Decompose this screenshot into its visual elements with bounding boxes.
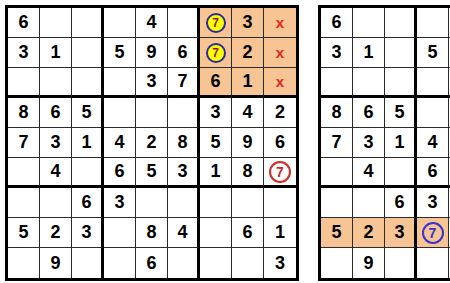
cell-r1c1: 6 <box>321 8 353 38</box>
cell-r6c1 <box>8 158 40 188</box>
cell-r4c1: 8 <box>321 98 353 128</box>
cell-r2c4: 5 <box>104 38 136 68</box>
cell-r3c4 <box>417 68 449 98</box>
right-sudoku-board-clip: 63158657314466352379 <box>318 5 450 283</box>
left-sudoku-board: 6473x3159672x3761x8653427314285964653187… <box>5 5 299 281</box>
cell-r9c5: 6 <box>136 248 168 278</box>
cell-r4c5 <box>136 98 168 128</box>
cell-r4c2: 6 <box>40 98 72 128</box>
cell-r9c7 <box>200 248 232 278</box>
cell-r2c6: 6 <box>168 38 200 68</box>
cell-r1c4 <box>104 8 136 38</box>
cell-r5c3: 1 <box>385 128 417 158</box>
cell-r8c5: 8 <box>136 218 168 248</box>
cell-r6c9: 7 <box>264 158 296 188</box>
x-mark: x <box>276 73 284 90</box>
cell-r2c1: 3 <box>8 38 40 68</box>
cell-r5c9: 6 <box>264 128 296 158</box>
cell-r9c1 <box>8 248 40 278</box>
cell-r1c3 <box>72 8 104 38</box>
cell-r1c6 <box>168 8 200 38</box>
cell-r5c3: 1 <box>72 128 104 158</box>
cell-r5c7: 5 <box>200 128 232 158</box>
cell-r5c2: 3 <box>353 128 385 158</box>
cell-r8c1: 5 <box>321 218 353 248</box>
cell-r5c1: 7 <box>8 128 40 158</box>
cell-r7c4: 3 <box>417 188 449 218</box>
cell-r9c3 <box>72 248 104 278</box>
right-sudoku-board: 63158657314466352379 <box>318 5 450 281</box>
cell-r5c8: 9 <box>232 128 264 158</box>
cell-r8c6: 4 <box>168 218 200 248</box>
cell-r3c1 <box>321 68 353 98</box>
cell-r9c3 <box>385 248 417 278</box>
cell-r3c4 <box>104 68 136 98</box>
cell-r7c1 <box>8 188 40 218</box>
cell-r3c3 <box>385 68 417 98</box>
cell-r7c8 <box>232 188 264 218</box>
cell-r4c1: 8 <box>8 98 40 128</box>
cell-r2c2: 1 <box>40 38 72 68</box>
cell-r5c2: 3 <box>40 128 72 158</box>
cell-r4c4 <box>104 98 136 128</box>
cell-r7c7 <box>200 188 232 218</box>
cell-r8c8: 6 <box>232 218 264 248</box>
red-circled-7: 7 <box>269 161 291 183</box>
cell-r7c1 <box>321 188 353 218</box>
cell-r8c7 <box>200 218 232 248</box>
cell-r7c9 <box>264 188 296 218</box>
yellow-circled-7: 7 <box>206 13 226 33</box>
cell-r6c8: 8 <box>232 158 264 188</box>
cell-r7c2 <box>40 188 72 218</box>
cell-r3c2 <box>40 68 72 98</box>
cell-r1c5: 4 <box>136 8 168 38</box>
cell-r1c2 <box>353 8 385 38</box>
cell-r8c3: 3 <box>72 218 104 248</box>
x-mark: x <box>276 44 284 61</box>
cell-r3c6: 7 <box>168 68 200 98</box>
cell-r2c7: 7 <box>200 38 232 68</box>
cell-r2c9: x <box>264 38 296 68</box>
cell-r6c5: 5 <box>136 158 168 188</box>
cell-r5c4: 4 <box>417 128 449 158</box>
yellow-circled-7: 7 <box>206 43 226 63</box>
cell-r8c1: 5 <box>8 218 40 248</box>
cell-r6c3 <box>72 158 104 188</box>
cell-r7c6 <box>168 188 200 218</box>
cell-r1c1: 6 <box>8 8 40 38</box>
cell-r2c1: 3 <box>321 38 353 68</box>
cell-r5c1: 7 <box>321 128 353 158</box>
cell-r3c7: 6 <box>200 68 232 98</box>
cell-r1c8: 3 <box>232 8 264 38</box>
cell-r2c2: 1 <box>353 38 385 68</box>
x-mark: x <box>276 14 284 31</box>
cell-r2c3 <box>72 38 104 68</box>
cell-r6c7: 1 <box>200 158 232 188</box>
cell-r9c4 <box>417 248 449 278</box>
cell-r2c3 <box>385 38 417 68</box>
cell-r3c5: 3 <box>136 68 168 98</box>
cell-r2c4: 5 <box>417 38 449 68</box>
cell-r6c3 <box>385 158 417 188</box>
cell-r1c3 <box>385 8 417 38</box>
cell-r1c2 <box>40 8 72 38</box>
cell-r9c2: 9 <box>40 248 72 278</box>
cell-r4c7: 3 <box>200 98 232 128</box>
cell-r4c8: 4 <box>232 98 264 128</box>
cell-r3c8: 1 <box>232 68 264 98</box>
cell-r7c2 <box>353 188 385 218</box>
cell-r3c1 <box>8 68 40 98</box>
cell-r4c3: 5 <box>385 98 417 128</box>
cell-r8c2: 2 <box>40 218 72 248</box>
cell-r4c2: 6 <box>353 98 385 128</box>
cell-r4c4 <box>417 98 449 128</box>
cell-r8c4: 7 <box>417 218 449 248</box>
cell-r6c2: 4 <box>40 158 72 188</box>
cell-r6c2: 4 <box>353 158 385 188</box>
cell-r2c8: 2 <box>232 38 264 68</box>
blue-circled-7: 7 <box>422 222 444 244</box>
cell-r8c2: 2 <box>353 218 385 248</box>
cell-r1c4 <box>417 8 449 38</box>
cell-r9c2: 9 <box>353 248 385 278</box>
cell-r6c6: 3 <box>168 158 200 188</box>
cell-r1c9: x <box>264 8 296 38</box>
cell-r7c3: 6 <box>385 188 417 218</box>
cell-r1c7: 7 <box>200 8 232 38</box>
cell-r5c5: 2 <box>136 128 168 158</box>
cell-r9c1 <box>321 248 353 278</box>
cell-r5c6: 8 <box>168 128 200 158</box>
cell-r7c5 <box>136 188 168 218</box>
cell-r6c4: 6 <box>104 158 136 188</box>
cell-r8c9: 1 <box>264 218 296 248</box>
cell-r3c9: x <box>264 68 296 98</box>
cell-r4c3: 5 <box>72 98 104 128</box>
cell-r7c4: 3 <box>104 188 136 218</box>
cell-r4c9: 2 <box>264 98 296 128</box>
cell-r8c3: 3 <box>385 218 417 248</box>
cell-r5c4: 4 <box>104 128 136 158</box>
cell-r9c9: 3 <box>264 248 296 278</box>
cell-r3c2 <box>353 68 385 98</box>
cell-r9c8 <box>232 248 264 278</box>
cell-r8c4 <box>104 218 136 248</box>
cell-r9c6 <box>168 248 200 278</box>
cell-r7c3: 6 <box>72 188 104 218</box>
cell-r2c5: 9 <box>136 38 168 68</box>
cell-r4c6 <box>168 98 200 128</box>
cell-r6c1 <box>321 158 353 188</box>
cell-r9c4 <box>104 248 136 278</box>
cell-r6c4: 6 <box>417 158 449 188</box>
cell-r3c3 <box>72 68 104 98</box>
